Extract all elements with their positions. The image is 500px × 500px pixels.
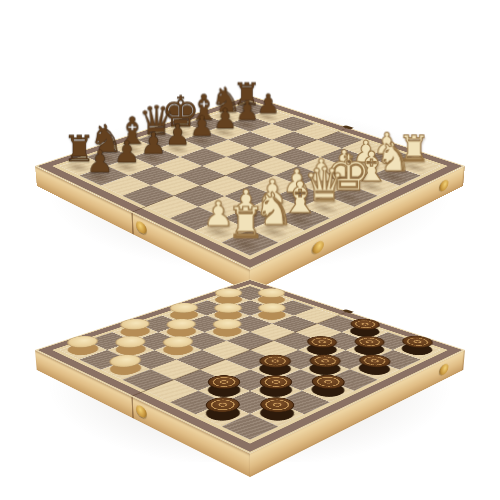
brass-latch-icon xyxy=(312,239,324,256)
brass-latch-icon xyxy=(136,219,147,235)
checker-dark xyxy=(201,372,247,391)
piece-shadow xyxy=(224,235,266,254)
fold-seam-side xyxy=(131,396,133,418)
product-photo-canvas: ♜♟♟♜♞♟♟♞♝♟♟♝♚♟♟♚♛♟♟♛♝♟♟♝♞♟♟♞♜♟♟♜ xyxy=(0,0,500,500)
chess-piece-black-rook: ♜ xyxy=(219,79,275,110)
piece-shadow xyxy=(328,189,367,205)
brass-latch-icon xyxy=(136,403,147,419)
fold-seam-side xyxy=(131,212,133,234)
brass-latch-icon xyxy=(439,178,449,193)
brass-latch-icon xyxy=(439,362,449,377)
checker-dark xyxy=(253,372,299,391)
